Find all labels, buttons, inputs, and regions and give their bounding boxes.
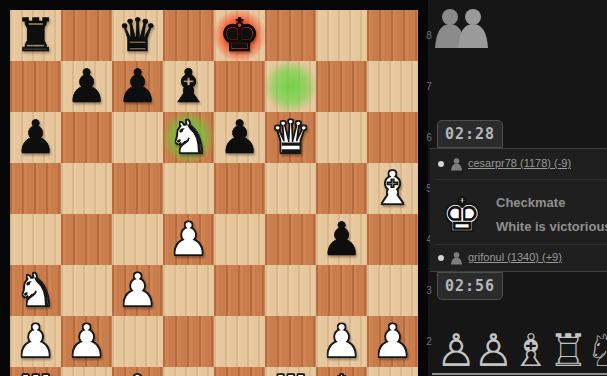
square-g3[interactable] — [316, 265, 367, 316]
square-h5[interactable]: ♝ — [367, 163, 418, 214]
square-h7[interactable] — [367, 61, 418, 112]
square-e6[interactable]: ♟ — [214, 112, 265, 163]
square-h6[interactable] — [367, 112, 418, 163]
square-h4[interactable] — [367, 214, 418, 265]
square-c5[interactable] — [112, 163, 163, 214]
square-c1[interactable]: ♝ — [112, 367, 163, 376]
clock-white: 02:56 — [437, 272, 503, 300]
square-e5[interactable] — [214, 163, 265, 214]
square-d6[interactable]: ♞ — [163, 112, 214, 163]
square-h8[interactable] — [367, 10, 418, 61]
black-pawn-c7[interactable]: ♟ — [112, 61, 163, 112]
square-f4[interactable] — [265, 214, 316, 265]
result-block: ♚ Checkmate White is victorious! — [438, 187, 607, 247]
square-g4[interactable]: ♟ — [316, 214, 367, 265]
person-icon — [450, 157, 463, 175]
square-e7[interactable] — [214, 61, 265, 112]
captured-bishop-icon: ♗ — [511, 328, 551, 374]
square-e2[interactable] — [214, 316, 265, 367]
white-pawn-d4[interactable]: ♟ — [163, 214, 214, 265]
black-rook-a8[interactable]: ♜ — [10, 10, 61, 61]
clock-black: 02:28 — [437, 120, 503, 148]
chess-board[interactable]: ♜♛♚♟♟♝♟♞♟♛♝♟♟♞♟♟♟♟♟♜♝♜♚ — [10, 10, 418, 376]
square-f1[interactable]: ♜ — [265, 367, 316, 376]
tray-divider — [432, 373, 607, 375]
square-a5[interactable] — [10, 163, 61, 214]
white-king-g1[interactable]: ♚ — [316, 367, 367, 376]
white-king-icon: ♚ — [440, 189, 484, 241]
square-g2[interactable]: ♟ — [316, 316, 367, 367]
square-f5[interactable] — [265, 163, 316, 214]
square-c8[interactable]: ♛ — [112, 10, 163, 61]
square-b7[interactable]: ♟ — [61, 61, 112, 112]
square-e1[interactable] — [214, 367, 265, 376]
square-b5[interactable] — [61, 163, 112, 214]
white-rook-a1[interactable]: ♜ — [10, 367, 61, 376]
white-queen-f6[interactable]: ♛ — [265, 112, 316, 163]
square-d5[interactable] — [163, 163, 214, 214]
white-rook-f1[interactable]: ♜ — [265, 367, 316, 376]
white-pawn-h2[interactable]: ♟ — [367, 316, 418, 367]
square-f2[interactable] — [265, 316, 316, 367]
square-e3[interactable] — [214, 265, 265, 316]
divider — [436, 179, 607, 180]
board-frame: ♜♛♚♟♟♝♟♞♟♛♝♟♟♞♟♟♟♟♟♜♝♜♚ — [0, 0, 428, 376]
square-c7[interactable]: ♟ — [112, 61, 163, 112]
captured-pieces-tray: ♙♙♗♖♘♘ — [436, 328, 607, 374]
square-c6[interactable] — [112, 112, 163, 163]
online-status-dot — [438, 161, 444, 167]
white-knight-d6[interactable]: ♞ — [163, 112, 214, 163]
captured-pawn-icon: ♙ — [473, 328, 513, 374]
result-title: Checkmate — [496, 195, 565, 210]
white-pawn-g2[interactable]: ♟ — [316, 316, 367, 367]
white-pawn-c3[interactable]: ♟ — [112, 265, 163, 316]
square-f8[interactable] — [265, 10, 316, 61]
square-d7[interactable]: ♝ — [163, 61, 214, 112]
black-pawn-a6[interactable]: ♟ — [10, 112, 61, 163]
player-link-cesarpr78[interactable]: cesarpr78 (1178) (-9) — [468, 157, 571, 169]
square-a7[interactable] — [10, 61, 61, 112]
square-g7[interactable] — [316, 61, 367, 112]
square-h1[interactable] — [367, 367, 418, 376]
captured-pawn-icon: ♙ — [436, 328, 476, 374]
square-g8[interactable] — [316, 10, 367, 61]
black-bishop-d7[interactable]: ♝ — [163, 61, 214, 112]
square-d3[interactable] — [163, 265, 214, 316]
square-b2[interactable]: ♟ — [61, 316, 112, 367]
square-h3[interactable] — [367, 265, 418, 316]
square-a4[interactable] — [10, 214, 61, 265]
square-g5[interactable] — [316, 163, 367, 214]
white-pawn-b2[interactable]: ♟ — [61, 316, 112, 367]
square-e4[interactable] — [214, 214, 265, 265]
square-c4[interactable] — [112, 214, 163, 265]
divider — [436, 244, 607, 245]
last-move-highlight-f7 — [265, 61, 316, 112]
square-b4[interactable] — [61, 214, 112, 265]
person-icon — [450, 251, 463, 269]
spectators-icon — [435, 8, 489, 54]
square-a1[interactable]: ♜ — [10, 367, 61, 376]
square-d1[interactable] — [163, 367, 214, 376]
white-bishop-c1[interactable]: ♝ — [112, 367, 163, 376]
sidebar: 02:28 cesarpr78 (1178) (-9) ♚ Checkmate … — [418, 0, 607, 376]
black-queen-c8[interactable]: ♛ — [112, 10, 163, 61]
game-info-panel: cesarpr78 (1178) (-9) ♚ Checkmate White … — [430, 148, 607, 272]
captured-knight-icon: ♘ — [585, 328, 607, 374]
square-e8[interactable]: ♚ — [214, 10, 265, 61]
square-g1[interactable]: ♚ — [316, 367, 367, 376]
square-g6[interactable] — [316, 112, 367, 163]
square-c3[interactable]: ♟ — [112, 265, 163, 316]
chess-game-page: { "game": "chess", "position": { "fen": … — [0, 0, 607, 376]
black-pawn-b7[interactable]: ♟ — [61, 61, 112, 112]
square-b1[interactable] — [61, 367, 112, 376]
square-b6[interactable] — [61, 112, 112, 163]
online-status-dot — [438, 255, 444, 261]
square-b8[interactable] — [61, 10, 112, 61]
square-a6[interactable]: ♟ — [10, 112, 61, 163]
square-f3[interactable] — [265, 265, 316, 316]
square-d2[interactable] — [163, 316, 214, 367]
square-a3[interactable]: ♞ — [10, 265, 61, 316]
black-pawn-g4[interactable]: ♟ — [316, 214, 367, 265]
square-h2[interactable]: ♟ — [367, 316, 418, 367]
square-d4[interactable]: ♟ — [163, 214, 214, 265]
white-knight-a3[interactable]: ♞ — [10, 265, 61, 316]
player-link-grifonul[interactable]: grifonul (1340) (+9) — [468, 251, 562, 263]
black-king-e8[interactable]: ♚ — [214, 10, 265, 61]
result-subtitle: White is victorious! — [496, 219, 607, 234]
square-a8[interactable]: ♜ — [10, 10, 61, 61]
square-f6[interactable]: ♛ — [265, 112, 316, 163]
white-bishop-h5[interactable]: ♝ — [367, 163, 418, 214]
square-d8[interactable] — [163, 10, 214, 61]
captured-rook-icon: ♖ — [548, 328, 588, 374]
square-b3[interactable] — [61, 265, 112, 316]
square-f7[interactable] — [265, 61, 316, 112]
square-a2[interactable]: ♟ — [10, 316, 61, 367]
white-pawn-a2[interactable]: ♟ — [10, 316, 61, 367]
square-c2[interactable] — [112, 316, 163, 367]
black-pawn-e6[interactable]: ♟ — [214, 112, 265, 163]
